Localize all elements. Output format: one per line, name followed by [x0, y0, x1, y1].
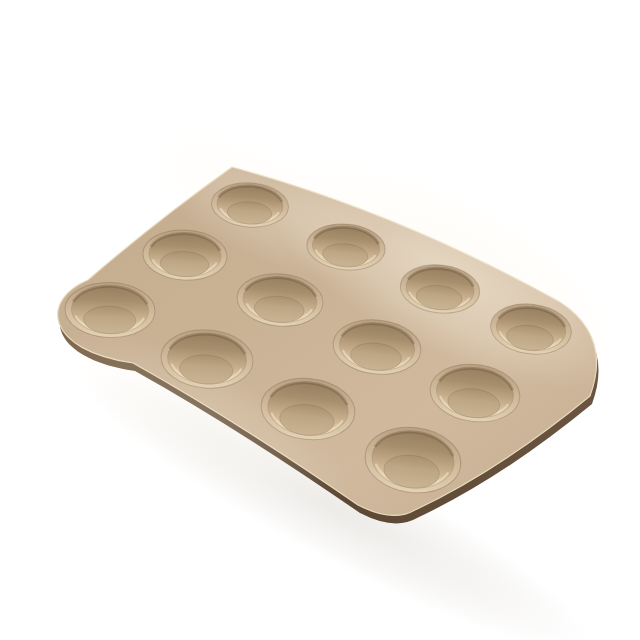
- muffin-pan-render: [0, 0, 640, 640]
- product-photo: [0, 0, 640, 640]
- muffin-pan-photo: [0, 0, 640, 640]
